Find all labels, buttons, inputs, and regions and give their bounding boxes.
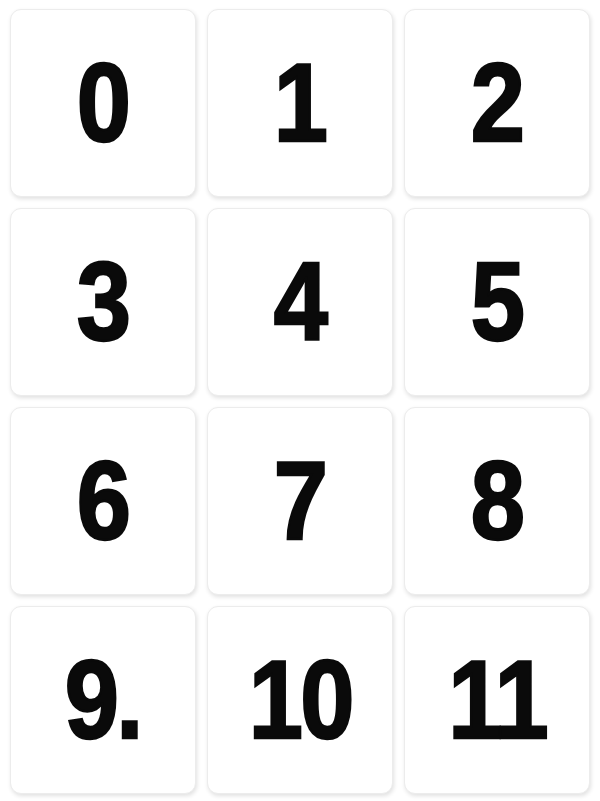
card-number: 1 bbox=[274, 47, 326, 159]
card-number: 6 bbox=[77, 445, 129, 557]
card-9[interactable]: 9. bbox=[10, 606, 196, 794]
flashcard-grid: 0 1 2 3 4 5 6 7 8 9. 10 11 bbox=[0, 0, 600, 801]
card-6[interactable]: 6 bbox=[10, 407, 196, 595]
card-number: 8 bbox=[471, 445, 523, 557]
card-number: 4 bbox=[274, 246, 326, 358]
card-0[interactable]: 0 bbox=[10, 9, 196, 197]
card-7[interactable]: 7 bbox=[207, 407, 393, 595]
card-11[interactable]: 11 bbox=[404, 606, 590, 794]
card-4[interactable]: 4 bbox=[207, 208, 393, 396]
card-number: 11 bbox=[448, 644, 546, 756]
card-number: 7 bbox=[274, 445, 326, 557]
card-number: 5 bbox=[471, 246, 523, 358]
card-1[interactable]: 1 bbox=[207, 9, 393, 197]
card-number: 3 bbox=[77, 246, 129, 358]
card-number: 10 bbox=[248, 644, 351, 756]
card-number: 9. bbox=[65, 644, 141, 756]
card-3[interactable]: 3 bbox=[10, 208, 196, 396]
card-number: 0 bbox=[77, 47, 129, 159]
card-5[interactable]: 5 bbox=[404, 208, 590, 396]
card-2[interactable]: 2 bbox=[404, 9, 590, 197]
card-8[interactable]: 8 bbox=[404, 407, 590, 595]
card-10[interactable]: 10 bbox=[207, 606, 393, 794]
card-number: 2 bbox=[471, 47, 523, 159]
